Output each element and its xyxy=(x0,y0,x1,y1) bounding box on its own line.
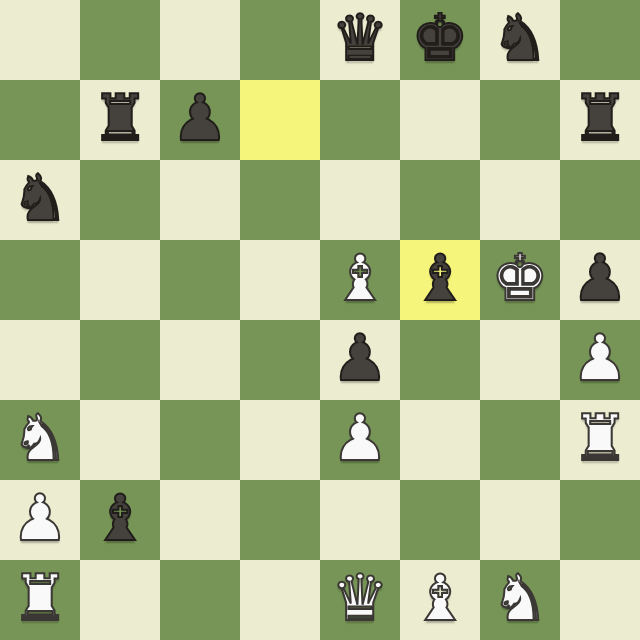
square-d6[interactable] xyxy=(240,160,320,240)
square-c8[interactable] xyxy=(160,0,240,80)
square-b7[interactable]: ♜ xyxy=(80,80,160,160)
piece-white-bishop-f1[interactable]: ♝ xyxy=(411,558,468,640)
square-g5[interactable]: ♚ xyxy=(480,240,560,320)
square-f3[interactable] xyxy=(400,400,480,480)
piece-black-rook-h7[interactable]: ♜ xyxy=(571,78,628,162)
square-e4[interactable]: ♟ xyxy=(320,320,400,400)
piece-black-bishop-f5[interactable]: ♝ xyxy=(411,238,468,322)
square-d2[interactable] xyxy=(240,480,320,560)
square-h7[interactable]: ♜ xyxy=(560,80,640,160)
piece-black-pawn-c7[interactable]: ♟ xyxy=(171,78,228,162)
square-a8[interactable] xyxy=(0,0,80,80)
piece-white-bishop-e5[interactable]: ♝ xyxy=(331,238,388,322)
square-d7[interactable] xyxy=(240,80,320,160)
square-e5[interactable]: ♝ xyxy=(320,240,400,320)
piece-white-king-g5[interactable]: ♚ xyxy=(491,238,548,322)
square-c6[interactable] xyxy=(160,160,240,240)
square-a2[interactable]: ♟ xyxy=(0,480,80,560)
square-c5[interactable] xyxy=(160,240,240,320)
piece-black-pawn-h5[interactable]: ♟ xyxy=(571,238,628,322)
square-e1[interactable]: ♛ xyxy=(320,560,400,640)
square-g2[interactable] xyxy=(480,480,560,560)
square-b4[interactable] xyxy=(80,320,160,400)
square-c7[interactable]: ♟ xyxy=(160,80,240,160)
piece-black-queen-e8[interactable]: ♛ xyxy=(331,0,388,82)
square-d1[interactable] xyxy=(240,560,320,640)
square-d5[interactable] xyxy=(240,240,320,320)
square-e7[interactable] xyxy=(320,80,400,160)
piece-black-bishop-b2[interactable]: ♝ xyxy=(91,478,148,562)
square-b3[interactable] xyxy=(80,400,160,480)
square-a3[interactable]: ♞ xyxy=(0,400,80,480)
square-c4[interactable] xyxy=(160,320,240,400)
square-h5[interactable]: ♟ xyxy=(560,240,640,320)
square-c3[interactable] xyxy=(160,400,240,480)
piece-white-knight-a3[interactable]: ♞ xyxy=(11,398,68,482)
square-h2[interactable] xyxy=(560,480,640,560)
square-g8[interactable]: ♞ xyxy=(480,0,560,80)
square-b1[interactable] xyxy=(80,560,160,640)
square-a5[interactable] xyxy=(0,240,80,320)
square-a7[interactable] xyxy=(0,80,80,160)
piece-white-pawn-h4[interactable]: ♟ xyxy=(571,318,628,402)
square-a1[interactable]: ♜ xyxy=(0,560,80,640)
square-a6[interactable]: ♞ xyxy=(0,160,80,240)
square-g6[interactable] xyxy=(480,160,560,240)
square-f4[interactable] xyxy=(400,320,480,400)
square-b6[interactable] xyxy=(80,160,160,240)
square-f8[interactable]: ♚ xyxy=(400,0,480,80)
square-f2[interactable] xyxy=(400,480,480,560)
square-c2[interactable] xyxy=(160,480,240,560)
square-h1[interactable] xyxy=(560,560,640,640)
square-h6[interactable] xyxy=(560,160,640,240)
square-b2[interactable]: ♝ xyxy=(80,480,160,560)
piece-white-knight-g1[interactable]: ♞ xyxy=(491,558,548,640)
square-b5[interactable] xyxy=(80,240,160,320)
piece-white-rook-a1[interactable]: ♜ xyxy=(11,558,68,640)
square-d8[interactable] xyxy=(240,0,320,80)
square-g3[interactable] xyxy=(480,400,560,480)
square-f5[interactable]: ♝ xyxy=(400,240,480,320)
piece-black-knight-g8[interactable]: ♞ xyxy=(491,0,548,82)
square-e8[interactable]: ♛ xyxy=(320,0,400,80)
square-d3[interactable] xyxy=(240,400,320,480)
piece-black-pawn-e4[interactable]: ♟ xyxy=(331,318,388,402)
square-c1[interactable] xyxy=(160,560,240,640)
chess-board: ♛♚♞♜♟♜♞♝♝♚♟♟♟♞♟♜♟♝♜♛♝♞ xyxy=(0,0,640,640)
square-h3[interactable]: ♜ xyxy=(560,400,640,480)
piece-black-rook-b7[interactable]: ♜ xyxy=(91,78,148,162)
square-e6[interactable] xyxy=(320,160,400,240)
piece-black-king-f8[interactable]: ♚ xyxy=(411,0,468,82)
square-d4[interactable] xyxy=(240,320,320,400)
piece-white-pawn-a2[interactable]: ♟ xyxy=(11,478,68,562)
square-a4[interactable] xyxy=(0,320,80,400)
square-b8[interactable] xyxy=(80,0,160,80)
square-h8[interactable] xyxy=(560,0,640,80)
piece-white-rook-h3[interactable]: ♜ xyxy=(571,398,628,482)
piece-white-queen-e1[interactable]: ♛ xyxy=(331,558,388,640)
square-f6[interactable] xyxy=(400,160,480,240)
square-e2[interactable] xyxy=(320,480,400,560)
square-f7[interactable] xyxy=(400,80,480,160)
piece-white-pawn-e3[interactable]: ♟ xyxy=(331,398,388,482)
square-g7[interactable] xyxy=(480,80,560,160)
square-g4[interactable] xyxy=(480,320,560,400)
square-h4[interactable]: ♟ xyxy=(560,320,640,400)
square-g1[interactable]: ♞ xyxy=(480,560,560,640)
square-e3[interactable]: ♟ xyxy=(320,400,400,480)
piece-black-knight-a6[interactable]: ♞ xyxy=(11,158,68,242)
square-f1[interactable]: ♝ xyxy=(400,560,480,640)
